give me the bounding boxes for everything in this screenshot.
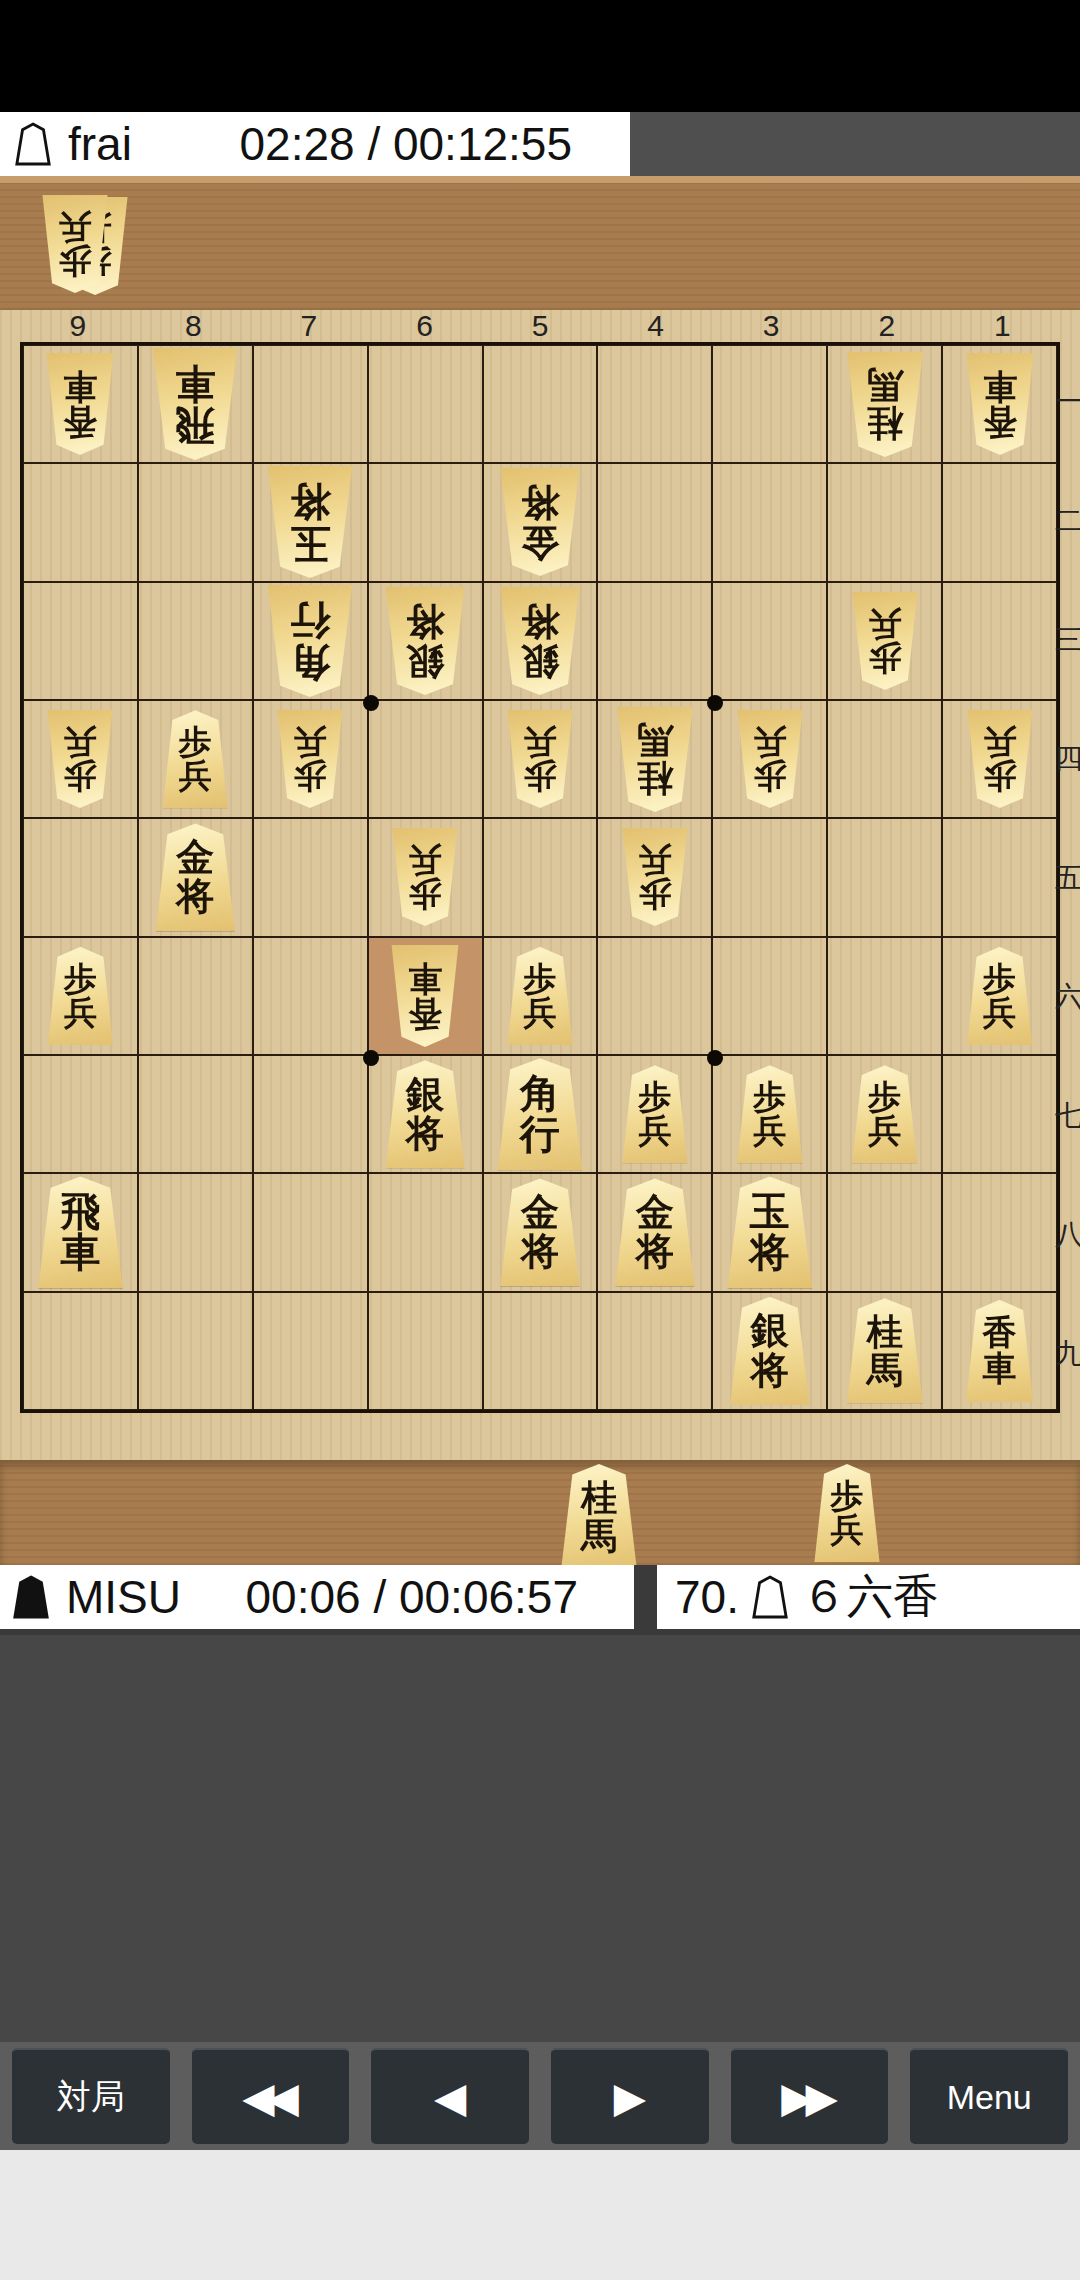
top-player-info: frai 02:28 / 00:12:55 (0, 112, 630, 176)
black-piece-歩兵-9-6[interactable]: 歩兵 (43, 947, 117, 1045)
board-cell-6-7[interactable]: 銀将 (368, 1055, 483, 1173)
board-cell-3-8[interactable]: 玉将 (712, 1173, 827, 1291)
board-cell-7-8[interactable] (253, 1173, 368, 1291)
bottom-player-clock: 00:06 / 00:06:57 (245, 1570, 578, 1624)
board-cell-6-1[interactable] (368, 345, 483, 463)
board-cell-9-9[interactable] (23, 1292, 138, 1410)
move-list-area (0, 1635, 1080, 2042)
board-cell-3-5[interactable] (712, 818, 827, 936)
white-piece-飛車-8-1[interactable]: 飛車 (147, 348, 243, 460)
board-cell-7-5[interactable] (253, 818, 368, 936)
board-cell-8-7[interactable] (138, 1055, 253, 1173)
board-cell-7-9[interactable] (253, 1292, 368, 1410)
board-cell-9-5[interactable] (23, 818, 138, 936)
board-cell-6-3[interactable]: 銀将 (368, 582, 483, 700)
column-label: 3 (713, 310, 829, 342)
black-hand-桂馬[interactable]: 桂馬 (556, 1464, 642, 1569)
shogi-app-screen: frai 02:28 / 00:12:55 歩兵歩兵 987654321 香車飛… (0, 0, 1080, 2280)
column-label: 4 (598, 310, 714, 342)
white-piece-香車-6-6[interactable]: 香車 (387, 945, 463, 1047)
black-piece-銀将-6-7[interactable]: 銀将 (380, 1060, 470, 1168)
board-cell-2-7[interactable]: 歩兵 (827, 1055, 942, 1173)
board-cell-8-6[interactable] (138, 937, 253, 1055)
board-cell-3-7[interactable]: 歩兵 (712, 1055, 827, 1173)
star-point (707, 1050, 723, 1066)
black-piece-金将-4-8[interactable]: 金将 (610, 1178, 700, 1286)
black-piece-香車-1-9[interactable]: 香車 (962, 1300, 1038, 1402)
board-cell-4-1[interactable] (597, 345, 712, 463)
row-label: 六 (1058, 937, 1080, 1056)
column-labels: 987654321 (20, 310, 1060, 342)
board-cell-5-6[interactable]: 歩兵 (483, 937, 598, 1055)
board-cell-6-8[interactable] (368, 1173, 483, 1291)
column-label: 8 (136, 310, 252, 342)
board-cell-6-2[interactable] (368, 463, 483, 581)
board-cell-7-3[interactable]: 角行 (253, 582, 368, 700)
board-cell-2-1[interactable]: 桂馬 (827, 345, 942, 463)
move-indicator: 70. ６六香 (657, 1565, 1080, 1629)
board-cell-8-1[interactable]: 飛車 (138, 345, 253, 463)
board-cell-8-9[interactable] (138, 1292, 253, 1410)
board-cell-7-4[interactable]: 歩兵 (253, 700, 368, 818)
star-point (707, 695, 723, 711)
last-move-text: ６六香 (801, 1566, 939, 1628)
black-piece-歩兵-4-7[interactable]: 歩兵 (618, 1065, 692, 1163)
top-player-name: frai (68, 117, 132, 171)
board-cell-4-5[interactable]: 歩兵 (597, 818, 712, 936)
board-cell-5-3[interactable]: 銀将 (483, 582, 598, 700)
board-cell-2-6[interactable] (827, 937, 942, 1055)
board-cell-2-4[interactable] (827, 700, 942, 818)
board-cell-5-8[interactable]: 金将 (483, 1173, 598, 1291)
board-cell-9-1[interactable]: 香車 (23, 345, 138, 463)
bottom-player-bar: MISU 00:06 / 00:06:57 70. ６六香 (0, 1565, 1080, 1635)
black-piece-歩兵-1-6[interactable]: 歩兵 (963, 947, 1037, 1045)
board-cell-6-6[interactable]: 香車 (368, 937, 483, 1055)
black-piece-角行-5-7[interactable]: 角行 (492, 1058, 588, 1170)
fast-rewind-button[interactable]: ◀◀ (192, 2048, 350, 2144)
board-cell-2-5[interactable] (827, 818, 942, 936)
board-cell-3-1[interactable] (712, 345, 827, 463)
board-cell-4-7[interactable]: 歩兵 (597, 1055, 712, 1173)
board-cell-9-3[interactable] (23, 582, 138, 700)
board-cell-8-5[interactable]: 金将 (138, 818, 253, 936)
board-cell-5-2[interactable]: 金将 (483, 463, 598, 581)
white-piece-香車-1-1[interactable]: 香車 (962, 353, 1038, 455)
top-player-clock: 02:28 / 00:12:55 (239, 117, 572, 171)
board-cell-1-2[interactable] (942, 463, 1057, 581)
white-piece-歩兵-2-3[interactable]: 歩兵 (848, 592, 922, 690)
board-cell-1-7[interactable] (942, 1055, 1057, 1173)
row-label: 五 (1058, 818, 1080, 937)
top-player-bar: frai 02:28 / 00:12:55 (0, 112, 1080, 176)
black-piece-玉将-3-8[interactable]: 玉将 (722, 1176, 818, 1288)
white-piece-玉将-7-2[interactable]: 玉将 (262, 466, 358, 578)
white-piece-桂馬-2-1[interactable]: 桂馬 (842, 352, 928, 457)
step-forward-button-icon: ▶ (614, 2073, 646, 2122)
white-piece-歩兵-6-5[interactable]: 歩兵 (388, 828, 462, 926)
new-game-button[interactable]: 対局 (12, 2048, 170, 2144)
board-cell-3-3[interactable] (712, 582, 827, 700)
white-piece-桂馬-4-4[interactable]: 桂馬 (612, 707, 698, 812)
board-cell-3-6[interactable] (712, 937, 827, 1055)
white-piece-歩兵-1-4[interactable]: 歩兵 (963, 710, 1037, 808)
bottom-player-info: MISU 00:06 / 00:06:57 (0, 1565, 634, 1629)
row-label: 二 (1058, 461, 1080, 580)
row-labels: 一二三四五六七八九 (1058, 342, 1080, 1413)
board-cell-3-2[interactable] (712, 463, 827, 581)
white-piece-歩兵-4-5[interactable]: 歩兵 (618, 828, 692, 926)
step-forward-button[interactable]: ▶ (551, 2048, 709, 2144)
black-piece-銀将-3-9[interactable]: 銀将 (725, 1297, 815, 1405)
board-cell-8-2[interactable] (138, 463, 253, 581)
board-cell-1-5[interactable] (942, 818, 1057, 936)
white-piece-角行-7-3[interactable]: 角行 (262, 585, 358, 697)
black-piece-歩兵-2-7[interactable]: 歩兵 (848, 1065, 922, 1163)
white-piece-銀将-6-3[interactable]: 銀将 (380, 587, 470, 695)
board-cell-1-3[interactable] (942, 582, 1057, 700)
board-cell-4-2[interactable] (597, 463, 712, 581)
fast-forward-button[interactable]: ▶▶ (731, 2048, 889, 2144)
board-cell-5-1[interactable] (483, 345, 598, 463)
board-cell-4-6[interactable] (597, 937, 712, 1055)
board-cell-1-4[interactable]: 歩兵 (942, 700, 1057, 818)
board-cell-4-3[interactable] (597, 582, 712, 700)
board-cell-6-9[interactable] (368, 1292, 483, 1410)
step-back-button-icon: ◀ (434, 2073, 466, 2122)
black-piece-金将-8-5[interactable]: 金将 (150, 823, 240, 931)
step-back-button[interactable]: ◀ (371, 2048, 529, 2144)
black-piece-飛車-9-8[interactable]: 飛車 (32, 1176, 128, 1288)
star-point (363, 695, 379, 711)
board-cell-5-9[interactable] (483, 1292, 598, 1410)
column-label: 5 (482, 310, 598, 342)
board-cell-2-2[interactable] (827, 463, 942, 581)
black-piece-歩兵-8-4[interactable]: 歩兵 (158, 710, 232, 808)
board-cell-4-9[interactable] (597, 1292, 712, 1410)
black-piece-桂馬-2-9[interactable]: 桂馬 (842, 1298, 928, 1403)
board-cell-1-1[interactable]: 香車 (942, 345, 1057, 463)
toolbar: 対局◀◀◀▶▶▶Menu (0, 2042, 1080, 2150)
black-piece-歩兵-5-6[interactable]: 歩兵 (503, 947, 577, 1045)
star-point (363, 1050, 379, 1066)
white-piece-香車-9-1[interactable]: 香車 (42, 353, 118, 455)
white-piece-icon (751, 1573, 789, 1621)
board-cell-3-4[interactable]: 歩兵 (712, 700, 827, 818)
white-piece-歩兵-7-4[interactable]: 歩兵 (273, 710, 347, 808)
board-cell-9-7[interactable] (23, 1055, 138, 1173)
white-piece-金将-5-2[interactable]: 金将 (495, 468, 585, 576)
board-cell-5-4[interactable]: 歩兵 (483, 700, 598, 818)
black-piece-金将-5-8[interactable]: 金将 (495, 1178, 585, 1286)
white-piece-icon (14, 120, 52, 168)
fast-rewind-button-icon: ◀◀ (242, 2073, 299, 2122)
bottom-player-name: MISU (66, 1570, 181, 1624)
board-cell-9-8[interactable]: 飛車 (23, 1173, 138, 1291)
board-cell-9-2[interactable] (23, 463, 138, 581)
row-label: 四 (1058, 699, 1080, 818)
column-label: 1 (945, 310, 1061, 342)
board-cell-9-6[interactable]: 歩兵 (23, 937, 138, 1055)
white-piece-銀将-5-3[interactable]: 銀将 (495, 587, 585, 695)
fast-forward-button-icon: ▶▶ (781, 2073, 838, 2122)
board-cell-1-8[interactable] (942, 1173, 1057, 1291)
row-label: 三 (1058, 580, 1080, 699)
board-cell-6-4[interactable] (368, 700, 483, 818)
status-bar (0, 0, 1080, 112)
board-cell-7-1[interactable] (253, 345, 368, 463)
white-hand-tray: 歩兵歩兵 (0, 176, 1080, 310)
board-cell-2-3[interactable]: 歩兵 (827, 582, 942, 700)
column-label: 2 (829, 310, 945, 342)
white-piece-歩兵-3-4[interactable]: 歩兵 (733, 710, 807, 808)
board-cell-4-8[interactable]: 金将 (597, 1173, 712, 1291)
board-panel: 987654321 香車飛車桂馬香車玉将金将角行銀将銀将歩兵歩兵歩兵歩兵歩兵桂馬… (0, 310, 1080, 1460)
move-number: 70. (675, 1570, 739, 1624)
row-label: 八 (1058, 1175, 1080, 1294)
column-label: 7 (251, 310, 367, 342)
board-cell-2-9[interactable]: 桂馬 (827, 1292, 942, 1410)
column-label: 9 (20, 310, 136, 342)
black-hand-tray: 桂馬歩兵 (0, 1460, 1080, 1565)
board-cell-2-8[interactable] (827, 1173, 942, 1291)
row-label: 九 (1058, 1294, 1080, 1413)
board-cell-4-4[interactable]: 桂馬 (597, 700, 712, 818)
board-wood-panel: 歩兵歩兵 987654321 香車飛車桂馬香車玉将金将角行銀将銀将歩兵歩兵歩兵歩… (0, 176, 1080, 1565)
white-piece-歩兵-5-4[interactable]: 歩兵 (503, 710, 577, 808)
board-grid: 香車飛車桂馬香車玉将金将角行銀将銀将歩兵歩兵歩兵歩兵歩兵桂馬歩兵歩兵金将歩兵歩兵… (20, 342, 1060, 1413)
board-cell-5-7[interactable]: 角行 (483, 1055, 598, 1173)
menu-button[interactable]: Menu (910, 2048, 1068, 2144)
board-cell-8-3[interactable] (138, 582, 253, 700)
board-cell-7-2[interactable]: 玉将 (253, 463, 368, 581)
board-cell-1-9[interactable]: 香車 (942, 1292, 1057, 1410)
board-cell-5-5[interactable] (483, 818, 598, 936)
black-piece-歩兵-3-7[interactable]: 歩兵 (733, 1065, 807, 1163)
board-cell-9-4[interactable]: 歩兵 (23, 700, 138, 818)
board-cell-3-9[interactable]: 銀将 (712, 1292, 827, 1410)
board-cell-8-4[interactable]: 歩兵 (138, 700, 253, 818)
board-cell-6-5[interactable]: 歩兵 (368, 818, 483, 936)
white-piece-歩兵-9-4[interactable]: 歩兵 (43, 710, 117, 808)
board-cell-7-6[interactable] (253, 937, 368, 1055)
board-cell-1-6[interactable]: 歩兵 (942, 937, 1057, 1055)
column-label: 6 (367, 310, 483, 342)
bottom-strip (0, 2150, 1080, 2280)
row-label: 一 (1058, 342, 1080, 461)
black-piece-icon (12, 1573, 50, 1621)
board-cell-8-8[interactable] (138, 1173, 253, 1291)
black-hand-歩兵[interactable]: 歩兵 (810, 1464, 884, 1562)
row-label: 七 (1058, 1056, 1080, 1175)
board-cell-7-7[interactable] (253, 1055, 368, 1173)
